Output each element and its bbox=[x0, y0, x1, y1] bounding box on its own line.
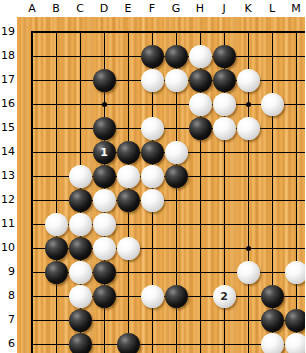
grid-line-horizontal bbox=[31, 31, 305, 33]
white-stone bbox=[117, 165, 140, 188]
black-stone bbox=[117, 333, 140, 353]
row-label: 14 bbox=[0, 144, 15, 160]
black-stone bbox=[45, 261, 68, 284]
black-stone bbox=[189, 69, 212, 92]
black-stone bbox=[285, 309, 306, 332]
white-stone bbox=[285, 261, 306, 284]
black-stone bbox=[261, 309, 284, 332]
column-label: F bbox=[140, 0, 164, 17]
black-stone bbox=[189, 117, 212, 140]
white-stone bbox=[237, 261, 260, 284]
column-label: K bbox=[236, 0, 260, 17]
grid-line-horizontal bbox=[31, 128, 305, 129]
black-stone bbox=[69, 237, 92, 260]
black-stone bbox=[213, 69, 236, 92]
black-stone bbox=[141, 141, 164, 164]
black-stone bbox=[117, 141, 140, 164]
black-stone bbox=[69, 189, 92, 212]
white-stone bbox=[237, 69, 260, 92]
row-label: 11 bbox=[0, 216, 15, 232]
white-stone bbox=[141, 117, 164, 140]
white-stone bbox=[141, 285, 164, 308]
white-stone bbox=[165, 69, 188, 92]
white-stone bbox=[93, 237, 116, 260]
black-stone bbox=[165, 45, 188, 68]
column-label: A bbox=[20, 0, 44, 17]
black-stone bbox=[93, 261, 116, 284]
white-stone bbox=[213, 117, 236, 140]
column-label: D bbox=[92, 0, 116, 17]
star-point bbox=[102, 102, 107, 107]
row-label: 15 bbox=[0, 120, 15, 136]
white-stone bbox=[69, 261, 92, 284]
black-stone bbox=[69, 309, 92, 332]
star-point bbox=[246, 102, 251, 107]
move-number-label: 2 bbox=[220, 291, 228, 302]
row-label: 19 bbox=[0, 24, 15, 40]
white-stone bbox=[141, 69, 164, 92]
black-stone bbox=[93, 165, 116, 188]
white-stone bbox=[93, 189, 116, 212]
white-stone bbox=[141, 189, 164, 212]
white-stone bbox=[165, 141, 188, 164]
row-label: 9 bbox=[0, 264, 15, 280]
black-stone bbox=[93, 117, 116, 140]
row-label: 17 bbox=[0, 72, 15, 88]
white-stone bbox=[261, 333, 284, 353]
white-stone bbox=[141, 165, 164, 188]
black-stone bbox=[261, 285, 284, 308]
black-stone bbox=[45, 237, 68, 260]
white-stone bbox=[45, 213, 68, 236]
row-label: 12 bbox=[0, 192, 15, 208]
column-label: J bbox=[212, 0, 236, 17]
black-stone: 1 bbox=[93, 141, 116, 164]
white-stone bbox=[189, 93, 212, 116]
black-stone bbox=[93, 285, 116, 308]
white-stone bbox=[237, 117, 260, 140]
star-point bbox=[246, 246, 251, 251]
column-label: G bbox=[164, 0, 188, 17]
row-label: 7 bbox=[0, 312, 15, 328]
row-label: 18 bbox=[0, 48, 15, 64]
black-stone bbox=[165, 165, 188, 188]
column-label: B bbox=[44, 0, 68, 17]
white-stone bbox=[189, 45, 212, 68]
white-stone bbox=[117, 237, 140, 260]
go-board-screenshot: ABCDEFGHJKLM19181716151413121110987612 bbox=[0, 0, 305, 353]
black-stone bbox=[141, 45, 164, 68]
black-stone bbox=[117, 189, 140, 212]
row-label: 10 bbox=[0, 240, 15, 256]
row-label: 16 bbox=[0, 96, 15, 112]
white-stone: 2 bbox=[213, 285, 236, 308]
row-label: 6 bbox=[0, 336, 15, 352]
black-stone bbox=[213, 45, 236, 68]
black-stone bbox=[165, 285, 188, 308]
row-label: 8 bbox=[0, 288, 15, 304]
move-number-label: 1 bbox=[100, 147, 108, 158]
column-label: C bbox=[68, 0, 92, 17]
white-stone bbox=[69, 165, 92, 188]
column-label: M bbox=[284, 0, 305, 17]
white-stone bbox=[69, 285, 92, 308]
column-label: H bbox=[188, 0, 212, 17]
column-label: L bbox=[260, 0, 284, 17]
white-stone bbox=[285, 333, 306, 353]
row-label: 13 bbox=[0, 168, 15, 184]
white-stone bbox=[93, 213, 116, 236]
black-stone bbox=[93, 69, 116, 92]
black-stone bbox=[69, 333, 92, 353]
white-stone bbox=[261, 93, 284, 116]
white-stone bbox=[69, 213, 92, 236]
white-stone bbox=[213, 93, 236, 116]
column-label: E bbox=[116, 0, 140, 17]
